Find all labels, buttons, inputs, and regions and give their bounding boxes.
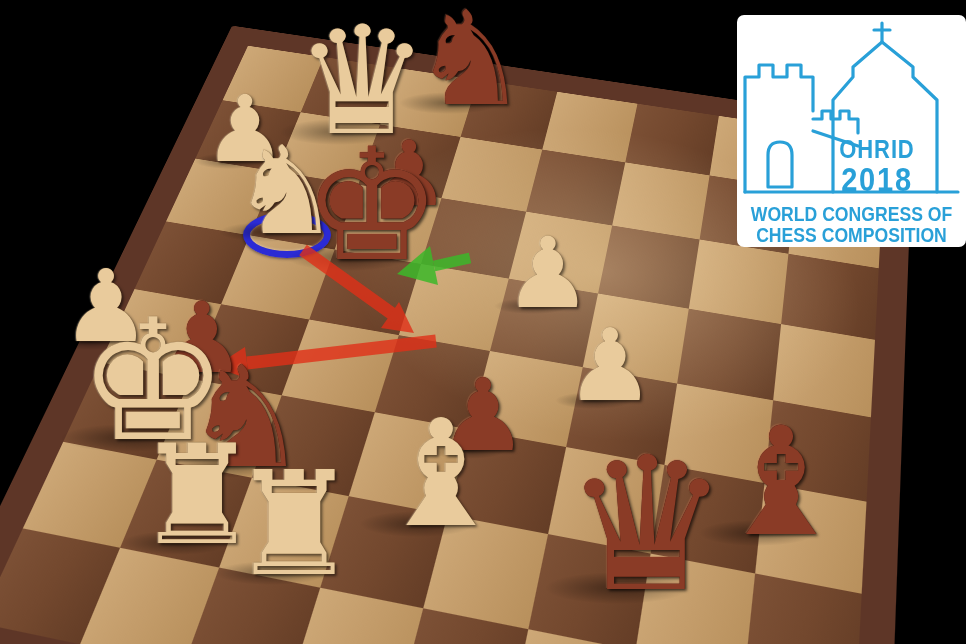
black-queen-g2[interactable]: ♛ [555, 433, 740, 618]
logo-city: OHRID [789, 135, 965, 164]
white-rook-d1[interactable]: ♜ [222, 452, 366, 596]
screenshot-stage: OHRID 2018 WORLD CONGRESS OF CHESS COMPO… [0, 0, 966, 644]
white-pawn-f4[interactable]: ♟ [560, 316, 660, 416]
black-king-c5[interactable]: ♚ [295, 128, 450, 283]
church-cross [874, 23, 890, 42]
ohrid-2018-logo: OHRID 2018 WORLD CONGRESS OF CHESS COMPO… [737, 15, 966, 247]
castle-wall [813, 111, 858, 133]
white-bishop-e2[interactable]: ♝ [367, 400, 515, 548]
logo-line1: WORLD CONGRESS OF [751, 203, 953, 226]
logo-year: 2018 [789, 161, 965, 199]
logo-line2: CHESS COMPOSITION [751, 224, 953, 247]
